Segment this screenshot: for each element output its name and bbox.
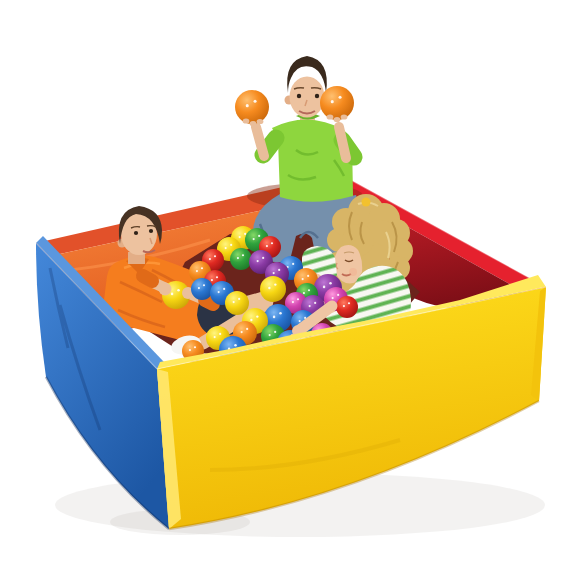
hair-tie <box>362 198 371 207</box>
ball-blue <box>191 278 213 300</box>
right-eye <box>149 229 153 233</box>
right-forearm <box>339 127 346 158</box>
face <box>290 77 325 118</box>
cheek <box>349 268 357 276</box>
ball-green <box>230 248 252 270</box>
product-photo <box>0 0 580 580</box>
left-hand <box>159 283 172 296</box>
right-eye <box>315 94 319 98</box>
left-eye <box>134 231 138 235</box>
held-ball <box>235 90 269 124</box>
ball-red <box>336 296 358 318</box>
ball-yellow <box>225 291 249 315</box>
ball-orange <box>235 90 269 124</box>
ball-pit-scene <box>0 0 580 580</box>
ball-yellow <box>260 276 286 302</box>
left-eye <box>297 94 301 98</box>
ball-orange <box>320 86 354 120</box>
held-ball <box>320 86 354 120</box>
